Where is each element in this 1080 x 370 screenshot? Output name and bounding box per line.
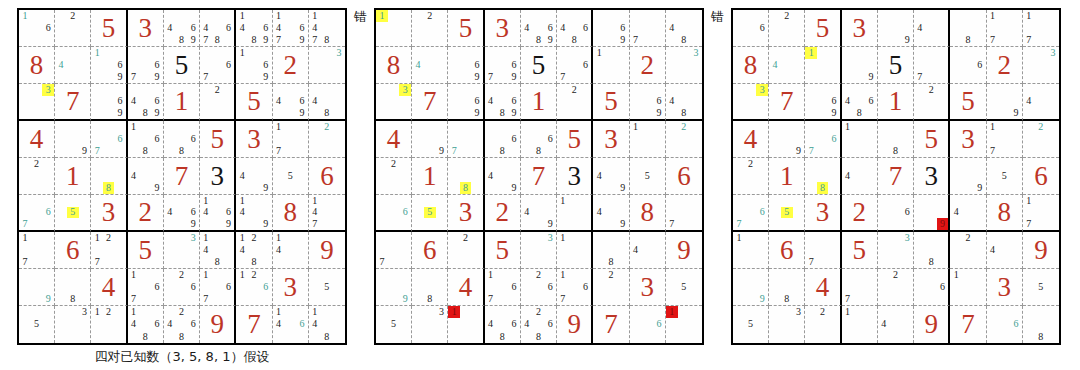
cell-r7c2[interactable]: 6 xyxy=(769,232,805,269)
cell-r7c1[interactable]: 1 xyxy=(733,232,769,269)
cell-r9c6[interactable]: 9 xyxy=(557,306,593,343)
cell-r6c6[interactable]: 9 xyxy=(914,195,950,232)
digit-8: 8 xyxy=(733,47,768,83)
cell-r1c4[interactable]: 3 xyxy=(842,10,878,47)
candidate-4: 4 xyxy=(950,207,962,219)
cell-r7c6[interactable]: 148 xyxy=(200,232,236,269)
cell-r1c3[interactable]: 5 xyxy=(91,10,127,47)
candidate-4: 4 xyxy=(164,207,176,219)
cell-r1c1[interactable]: 1 xyxy=(376,10,412,47)
cell-r8c6[interactable]: 6 xyxy=(914,269,950,306)
digit-6: 6 xyxy=(769,232,804,268)
cell-r7c5[interactable]: 3 xyxy=(521,232,557,269)
cell-r2c1[interactable]: 8 xyxy=(376,47,412,84)
cell-r9c4[interactable]: 1 xyxy=(842,306,878,343)
candidate-5: 5 xyxy=(284,170,296,182)
candidate-6: 6 xyxy=(471,59,482,71)
cell-r1c4[interactable]: 3 xyxy=(485,10,521,47)
cell-r3c1[interactable]: 3 xyxy=(19,84,55,121)
cell-r4c6[interactable]: 5 xyxy=(914,121,950,158)
cell-r7c2[interactable]: 6 xyxy=(55,232,91,269)
candidate-7: 7 xyxy=(987,145,999,157)
cell-r9c1[interactable]: 5 xyxy=(19,306,55,343)
cell-r9c2[interactable]: 3 xyxy=(769,306,805,343)
cell-r3c5[interactable]: 1 xyxy=(878,84,914,121)
candidate-2: 2 xyxy=(31,158,43,170)
cell-r6c3[interactable]: 3 xyxy=(805,195,841,232)
candidate-6: 6 xyxy=(296,318,308,330)
cell-r3c9[interactable]: 48 xyxy=(666,84,702,121)
cell-r3c7[interactable]: 5 xyxy=(950,84,986,121)
cell-r9c8[interactable]: 6 xyxy=(630,306,666,343)
candidate-8: 8 xyxy=(962,34,974,46)
cell-r8c1[interactable]: 9 xyxy=(376,269,412,306)
cell-r2c8[interactable]: 2 xyxy=(630,47,666,84)
cell-r6c7[interactable]: 149 xyxy=(236,195,272,232)
cell-r8c7[interactable]: 126 xyxy=(236,269,272,306)
cell-r7c8[interactable]: 4 xyxy=(630,232,666,269)
cell-r3c2[interactable]: 7 xyxy=(55,84,91,121)
cell-r4c4[interactable]: 168 xyxy=(128,121,164,158)
cell-r8c6[interactable]: 167 xyxy=(200,269,236,306)
cell-r5c9[interactable]: 6 xyxy=(309,158,345,195)
candidate-6: 6 xyxy=(260,22,272,34)
cell-r1c7[interactable]: 14689 xyxy=(236,10,272,47)
cell-r4c6[interactable]: 5 xyxy=(557,121,593,158)
digit-5: 5 xyxy=(842,232,877,268)
cell-r5c5[interactable]: 7 xyxy=(878,158,914,195)
cell-r5c3[interactable]: 8 xyxy=(448,158,484,195)
candidate-6: 6 xyxy=(828,133,839,145)
cell-r5c6[interactable]: 3 xyxy=(914,158,950,195)
cell-r4c5[interactable]: 68 xyxy=(521,121,557,158)
cell-r7c8[interactable]: 14 xyxy=(273,232,309,269)
cell-r7c9[interactable]: 9 xyxy=(666,232,702,269)
cell-r3c5[interactable]: 1 xyxy=(164,84,200,121)
cell-r4c2[interactable]: 9 xyxy=(55,121,91,158)
candidate-1: 1 xyxy=(448,306,459,318)
cell-r1c5[interactable]: 4689 xyxy=(521,10,557,47)
cell-r3c1[interactable]: 3 xyxy=(376,84,412,121)
cell-r6c8[interactable]: 8 xyxy=(273,195,309,232)
cell-r4c1[interactable]: 4 xyxy=(733,121,769,158)
cell-r2c6[interactable]: 7 xyxy=(914,47,950,84)
cell-r1c2[interactable]: 2 xyxy=(769,10,805,47)
cell-r8c7[interactable]: 1 xyxy=(950,269,986,306)
candidate-7: 7 xyxy=(273,145,285,157)
cell-r5c2[interactable]: 1 xyxy=(769,158,805,195)
candidate-3: 3 xyxy=(42,84,54,96)
cell-r3c6[interactable]: 2 xyxy=(200,84,236,121)
cell-r3c6[interactable]: 2 xyxy=(914,84,950,121)
cell-r4c8[interactable]: 1 xyxy=(630,121,666,158)
cell-r6c2[interactable]: 5 xyxy=(55,195,91,232)
candidate-3: 3 xyxy=(901,232,913,244)
cell-r8c4[interactable]: 167 xyxy=(128,269,164,306)
cell-r6c3[interactable]: 3 xyxy=(91,195,127,232)
cell-r5c9[interactable]: 6 xyxy=(1023,158,1059,195)
candidate-6: 6 xyxy=(223,281,234,293)
cell-r6c7[interactable]: 49 xyxy=(593,195,629,232)
cell-r5c4[interactable]: 4 xyxy=(842,158,878,195)
cell-r9c4[interactable]: 1468 xyxy=(128,306,164,343)
candidate-1: 1 xyxy=(557,195,568,207)
cell-r3c2[interactable]: 7 xyxy=(412,84,448,121)
cell-r2c1[interactable]: 8 xyxy=(733,47,769,84)
cell-r6c4[interactable]: 2 xyxy=(485,195,521,232)
cell-r4c3[interactable]: 7 xyxy=(448,121,484,158)
cell-r7c1[interactable]: 7 xyxy=(376,232,412,269)
cell-r9c2[interactable]: 3 xyxy=(412,306,448,343)
cell-r5c1[interactable]: 2 xyxy=(376,158,412,195)
candidate-6: 6 xyxy=(223,207,234,219)
candidate-8: 8 xyxy=(678,34,690,46)
candidate-6: 6 xyxy=(653,96,665,108)
candidate-3: 3 xyxy=(1047,47,1059,59)
cell-r9c2[interactable]: 3 xyxy=(55,306,91,343)
cell-r6c9[interactable]: 17 xyxy=(1023,195,1059,232)
cell-r3c4[interactable]: 4689 xyxy=(485,84,521,121)
cell-r3c7[interactable]: 5 xyxy=(236,84,272,121)
cell-r8c4[interactable]: 7 xyxy=(842,269,878,306)
digit-1: 1 xyxy=(55,158,90,194)
cell-r2c4[interactable]: 679 xyxy=(485,47,521,84)
cell-r2c2[interactable]: 4 xyxy=(412,47,448,84)
candidate-8: 8 xyxy=(212,256,223,268)
cell-r4c2[interactable]: 9 xyxy=(412,121,448,158)
cell-r6c4[interactable]: 2 xyxy=(842,195,878,232)
cell-r5c6[interactable]: 3 xyxy=(557,158,593,195)
cell-r3c8[interactable]: 69 xyxy=(630,84,666,121)
cell-r3c4[interactable]: 4689 xyxy=(128,84,164,121)
candidate-2: 2 xyxy=(176,269,188,281)
cell-r2c5[interactable]: 5 xyxy=(164,47,200,84)
cell-r6c1[interactable]: 6 xyxy=(376,195,412,232)
cell-r5c7[interactable]: 49 xyxy=(236,158,272,195)
cell-r3c4[interactable]: 468 xyxy=(842,84,878,121)
cell-r5c3[interactable]: 8 xyxy=(805,158,841,195)
cell-r5c4[interactable]: 49 xyxy=(128,158,164,195)
cell-r9c5[interactable]: 2468 xyxy=(164,306,200,343)
cell-r1c6[interactable]: 4678 xyxy=(200,10,236,47)
cell-r1c1[interactable]: 16 xyxy=(19,10,55,47)
candidate-8: 8 xyxy=(321,34,333,46)
candidate-1: 1 xyxy=(236,10,248,22)
candidate-6: 6 xyxy=(544,281,556,293)
cell-r2c3[interactable]: 69 xyxy=(448,47,484,84)
cell-r9c8[interactable]: 146 xyxy=(273,306,309,343)
cell-r7c7[interactable]: 2 xyxy=(950,232,986,269)
cell-r2c7[interactable]: 1 xyxy=(593,47,629,84)
cell-r6c5[interactable]: 469 xyxy=(164,195,200,232)
cell-r9c1[interactable]: 5 xyxy=(376,306,412,343)
cell-r5c5[interactable]: 7 xyxy=(521,158,557,195)
cell-r6c8[interactable]: 8 xyxy=(987,195,1023,232)
cell-r8c7[interactable]: 2 xyxy=(593,269,629,306)
cell-r8c2[interactable]: 8 xyxy=(412,269,448,306)
cell-r6c6[interactable]: 1469 xyxy=(200,195,236,232)
cell-r1c5[interactable]: 9 xyxy=(878,10,914,47)
cell-r3c6[interactable]: 2 xyxy=(557,84,593,121)
cell-r6c2[interactable]: 5 xyxy=(769,195,805,232)
cell-r1c3[interactable]: 5 xyxy=(448,10,484,47)
cell-r4c4[interactable]: 68 xyxy=(485,121,521,158)
cell-r9c3[interactable]: 1 xyxy=(448,306,484,343)
cell-r1c9[interactable]: 1478 xyxy=(309,10,345,47)
cell-r7c4[interactable]: 5 xyxy=(842,232,878,269)
candidate-6: 6 xyxy=(187,281,199,293)
cell-r4c2[interactable]: 9 xyxy=(769,121,805,158)
digit-3: 3 xyxy=(200,158,234,194)
candidate-4: 4 xyxy=(521,318,533,330)
cell-r4c5[interactable]: 8 xyxy=(878,121,914,158)
cell-r8c3[interactable]: 4 xyxy=(805,269,841,306)
cell-r2c7[interactable]: 6 xyxy=(950,47,986,84)
cell-r6c3[interactable]: 3 xyxy=(448,195,484,232)
cell-r4c8[interactable]: 17 xyxy=(987,121,1023,158)
cell-r5c2[interactable]: 1 xyxy=(55,158,91,195)
cell-r4c7[interactable]: 3 xyxy=(950,121,986,158)
cell-r1c9[interactable]: 48 xyxy=(666,10,702,47)
cell-r8c9[interactable]: 5 xyxy=(1023,269,1059,306)
cell-r2c4[interactable]: 679 xyxy=(128,47,164,84)
cell-r5c1[interactable]: 2 xyxy=(733,158,769,195)
cell-r3c9[interactable]: 4 xyxy=(1023,84,1059,121)
cell-r7c5[interactable]: 3 xyxy=(878,232,914,269)
cell-r7c4[interactable]: 5 xyxy=(485,232,521,269)
cell-r4c1[interactable]: 4 xyxy=(19,121,55,158)
cell-r3c8[interactable]: 9 xyxy=(987,84,1023,121)
cell-r4c4[interactable]: 1 xyxy=(842,121,878,158)
cell-r1c8[interactable]: 17 xyxy=(987,10,1023,47)
cell-r8c2[interactable]: 8 xyxy=(55,269,91,306)
cell-r4c5[interactable]: 68 xyxy=(164,121,200,158)
cell-r1c6[interactable]: 468 xyxy=(557,10,593,47)
cell-r1c8[interactable]: 14679 xyxy=(273,10,309,47)
cell-r6c9[interactable]: 147 xyxy=(309,195,345,232)
cell-r6c5[interactable]: 49 xyxy=(521,195,557,232)
cell-r7c3[interactable]: 2 xyxy=(448,232,484,269)
cell-r4c1[interactable]: 4 xyxy=(376,121,412,158)
cell-r5c1[interactable]: 2 xyxy=(19,158,55,195)
cell-r2c7[interactable]: 169 xyxy=(236,47,272,84)
cell-r9c5[interactable]: 2468 xyxy=(521,306,557,343)
cell-r6c6[interactable]: 1 xyxy=(557,195,593,232)
cell-r7c1[interactable]: 17 xyxy=(19,232,55,269)
cell-r4c7[interactable]: 3 xyxy=(236,121,272,158)
candidate-2: 2 xyxy=(533,306,545,318)
cell-r7c6[interactable]: 1 xyxy=(557,232,593,269)
candidate-1: 1 xyxy=(128,269,140,281)
cell-r2c8[interactable]: 2 xyxy=(987,47,1023,84)
cell-r2c9[interactable]: 3 xyxy=(309,47,345,84)
cell-r4c8[interactable]: 17 xyxy=(273,121,309,158)
cell-r8c2[interactable]: 8 xyxy=(769,269,805,306)
cell-r5c5[interactable]: 7 xyxy=(164,158,200,195)
cell-r4c3[interactable]: 67 xyxy=(805,121,841,158)
cell-r2c5[interactable]: 5 xyxy=(521,47,557,84)
cell-r1c3[interactable]: 5 xyxy=(805,10,841,47)
cell-r8c6[interactable]: 167 xyxy=(557,269,593,306)
cell-r9c9[interactable]: 8 xyxy=(1023,306,1059,343)
cell-r9c9[interactable]: 148 xyxy=(309,306,345,343)
cell-r1c2[interactable]: 2 xyxy=(55,10,91,47)
cell-r5c8[interactable]: 5 xyxy=(630,158,666,195)
candidate-5: 5 xyxy=(31,318,43,330)
candidate-6: 6 xyxy=(974,59,986,71)
candidate-6: 6 xyxy=(937,281,948,293)
cell-r1c2[interactable]: 2 xyxy=(412,10,448,47)
cell-r5c8[interactable]: 5 xyxy=(987,158,1023,195)
candidate-2: 2 xyxy=(248,232,260,244)
cell-r9c7[interactable]: 7 xyxy=(950,306,986,343)
cell-r9c6[interactable]: 9 xyxy=(200,306,236,343)
cell-r2c9[interactable]: 3 xyxy=(666,47,702,84)
cell-r4c9[interactable]: 2 xyxy=(1023,121,1059,158)
cell-r3c7[interactable]: 5 xyxy=(593,84,629,121)
cell-r8c1[interactable]: 9 xyxy=(733,269,769,306)
cell-r7c3[interactable]: 127 xyxy=(91,232,127,269)
cell-r8c3[interactable]: 4 xyxy=(448,269,484,306)
digit-3: 3 xyxy=(128,10,163,46)
cell-r1c8[interactable]: 7 xyxy=(630,10,666,47)
cell-r6c4[interactable]: 2 xyxy=(128,195,164,232)
cell-r4c6[interactable]: 5 xyxy=(200,121,236,158)
cell-r7c2[interactable]: 6 xyxy=(412,232,448,269)
cell-r1c7[interactable]: 69 xyxy=(593,10,629,47)
cell-r1c9[interactable]: 17 xyxy=(1023,10,1059,47)
candidate-2: 2 xyxy=(424,10,436,22)
candidate-4: 4 xyxy=(987,244,999,256)
cell-r1c6[interactable]: 4 xyxy=(914,10,950,47)
cell-r9c9[interactable]: 1 xyxy=(666,306,702,343)
digit-3: 3 xyxy=(987,269,1022,305)
cell-r9c6[interactable]: 9 xyxy=(914,306,950,343)
cell-r3c5[interactable]: 1 xyxy=(521,84,557,121)
cell-r7c7[interactable]: 8 xyxy=(593,232,629,269)
cell-r7c4[interactable]: 5 xyxy=(128,232,164,269)
cell-r9c7[interactable]: 7 xyxy=(236,306,272,343)
cell-r1c4[interactable]: 3 xyxy=(128,10,164,47)
cell-r7c7[interactable]: 1248 xyxy=(236,232,272,269)
candidate-4: 4 xyxy=(842,96,854,108)
cell-r8c3[interactable]: 4 xyxy=(91,269,127,306)
candidate-1: 1 xyxy=(236,47,248,59)
cell-r2c9[interactable]: 3 xyxy=(1023,47,1059,84)
cell-r2c8[interactable]: 2 xyxy=(273,47,309,84)
cell-r8c9[interactable]: 5 xyxy=(309,269,345,306)
cell-r6c2[interactable]: 5 xyxy=(412,195,448,232)
cell-r1c1[interactable]: 6 xyxy=(733,10,769,47)
cell-r5c6[interactable]: 3 xyxy=(200,158,236,195)
digit-6: 6 xyxy=(666,158,702,194)
cell-r9c4[interactable]: 468 xyxy=(485,306,521,343)
cell-r2c2[interactable]: 4 xyxy=(55,47,91,84)
digit-3: 3 xyxy=(593,121,628,157)
cell-r8c8[interactable]: 3 xyxy=(273,269,309,306)
candidate-1: 1 xyxy=(733,232,745,244)
cell-r6c5[interactable]: 6 xyxy=(878,195,914,232)
cell-r5c7[interactable]: 49 xyxy=(593,158,629,195)
cell-r2c6[interactable]: 67 xyxy=(200,47,236,84)
cell-r8c8[interactable]: 3 xyxy=(630,269,666,306)
cell-r9c7[interactable]: 7 xyxy=(593,306,629,343)
cell-r5c8[interactable]: 5 xyxy=(273,158,309,195)
cell-r6c8[interactable]: 8 xyxy=(630,195,666,232)
cell-r2c1[interactable]: 8 xyxy=(19,47,55,84)
cell-r4c9[interactable]: 2 xyxy=(309,121,345,158)
cell-r3c8[interactable]: 469 xyxy=(273,84,309,121)
candidate-8: 8 xyxy=(176,34,188,46)
cell-r3c9[interactable]: 48 xyxy=(309,84,345,121)
cell-r3c3[interactable]: 69 xyxy=(805,84,841,121)
cell-r9c3[interactable]: 12 xyxy=(91,306,127,343)
digit-9: 9 xyxy=(914,306,948,343)
candidate-1: 1 xyxy=(593,47,605,59)
candidate-6: 6 xyxy=(223,59,234,71)
cell-r7c3[interactable]: 7 xyxy=(805,232,841,269)
cell-r8c5[interactable]: 2 xyxy=(878,269,914,306)
cell-r8c5[interactable]: 26 xyxy=(164,269,200,306)
cell-r2c6[interactable]: 67 xyxy=(557,47,593,84)
digit-1: 1 xyxy=(521,84,556,119)
cell-r5c7[interactable]: 9 xyxy=(950,158,986,195)
cell-r5c9[interactable]: 6 xyxy=(666,158,702,195)
candidate-6: 6 xyxy=(756,207,768,219)
cell-r8c5[interactable]: 26 xyxy=(521,269,557,306)
cell-r2c4[interactable]: 9 xyxy=(842,47,878,84)
cell-r2c3[interactable]: 1 xyxy=(805,47,841,84)
candidate-8: 8 xyxy=(248,256,260,268)
candidate-4: 4 xyxy=(1023,96,1035,108)
cell-r8c8[interactable]: 3 xyxy=(987,269,1023,306)
cell-r2c2[interactable]: 4 xyxy=(769,47,805,84)
cell-r1c7[interactable]: 8 xyxy=(950,10,986,47)
cell-r7c6[interactable]: 8 xyxy=(914,232,950,269)
cell-r2c5[interactable]: 5 xyxy=(878,47,914,84)
cell-r7c9[interactable]: 9 xyxy=(1023,232,1059,269)
cell-r2c3[interactable]: 169 xyxy=(91,47,127,84)
cell-r8c4[interactable]: 167 xyxy=(485,269,521,306)
cell-r4c3[interactable]: 67 xyxy=(91,121,127,158)
cell-r3c2[interactable]: 7 xyxy=(769,84,805,121)
cell-r4c7[interactable]: 3 xyxy=(593,121,629,158)
cell-r7c5[interactable]: 3 xyxy=(164,232,200,269)
cell-r3c3[interactable]: 69 xyxy=(448,84,484,121)
cell-r9c1[interactable]: 5 xyxy=(733,306,769,343)
cell-r3c3[interactable]: 69 xyxy=(91,84,127,121)
cell-r9c5[interactable]: 4 xyxy=(878,306,914,343)
cell-r9c8[interactable]: 6 xyxy=(987,306,1023,343)
cell-r6c1[interactable]: 67 xyxy=(733,195,769,232)
cell-r6c9[interactable]: 7 xyxy=(666,195,702,232)
candidate-8: 8 xyxy=(248,34,260,46)
cell-r1c5[interactable]: 4689 xyxy=(164,10,200,47)
cell-r7c9[interactable]: 9 xyxy=(309,232,345,269)
cell-r5c2[interactable]: 1 xyxy=(412,158,448,195)
cell-r9c3[interactable]: 2 xyxy=(805,306,841,343)
cell-r4c9[interactable]: 2 xyxy=(666,121,702,158)
cell-r6c1[interactable]: 67 xyxy=(19,195,55,232)
cell-r6c7[interactable]: 4 xyxy=(950,195,986,232)
cell-r8c9[interactable]: 5 xyxy=(666,269,702,306)
cell-r5c4[interactable]: 49 xyxy=(485,158,521,195)
candidate-9: 9 xyxy=(544,218,556,230)
cell-r5c3[interactable]: 8 xyxy=(91,158,127,195)
cell-r3c1[interactable]: 3 xyxy=(733,84,769,121)
cell-r8c1[interactable]: 9 xyxy=(19,269,55,306)
cell-r7c8[interactable]: 4 xyxy=(987,232,1023,269)
